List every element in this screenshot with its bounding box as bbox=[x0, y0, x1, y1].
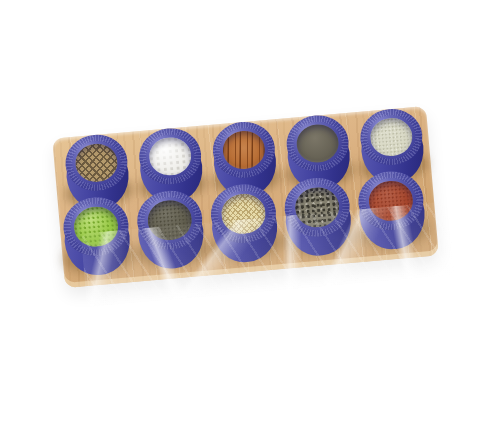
product-photo bbox=[0, 0, 502, 430]
cup-red-sandpaper[interactable] bbox=[356, 169, 428, 252]
wooden-tray bbox=[52, 106, 439, 288]
cup-green-bumpy[interactable] bbox=[61, 195, 133, 278]
cup-dark-sandpaper[interactable] bbox=[135, 188, 207, 271]
cup-grey-tweed[interactable] bbox=[282, 175, 354, 258]
cup-grid bbox=[52, 106, 439, 288]
cup-cream-mesh[interactable] bbox=[208, 182, 280, 265]
